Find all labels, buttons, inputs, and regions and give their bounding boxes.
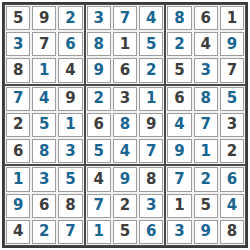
cell-r7-c2[interactable]: 3 <box>32 167 56 191</box>
cell-r1-c9[interactable]: 1 <box>220 6 244 30</box>
cell-r1-c2[interactable]: 9 <box>32 6 56 30</box>
cell-r4-c8[interactable]: 8 <box>194 87 218 111</box>
cell-r9-c6[interactable]: 6 <box>139 220 163 244</box>
cell-r5-c2[interactable]: 5 <box>32 113 56 137</box>
cell-r5-c7[interactable]: 4 <box>167 113 191 137</box>
cell-r8-c6[interactable]: 3 <box>139 194 163 218</box>
cell-r8-c8[interactable]: 5 <box>194 194 218 218</box>
cell-r7-c9[interactable]: 6 <box>220 167 244 191</box>
cell-r8-c2[interactable]: 6 <box>32 194 56 218</box>
cell-r3-c5[interactable]: 6 <box>113 58 137 82</box>
cell-r2-c8[interactable]: 4 <box>194 32 218 56</box>
cell-r3-c9[interactable]: 7 <box>220 58 244 82</box>
cell-r1-c4[interactable]: 3 <box>87 6 111 30</box>
cell-r8-c5[interactable]: 2 <box>113 194 137 218</box>
cell-r8-c3[interactable]: 8 <box>58 194 82 218</box>
cell-r9-c8[interactable]: 9 <box>194 220 218 244</box>
cell-r6-c1[interactable]: 6 <box>6 139 30 163</box>
cell-r5-c4[interactable]: 6 <box>87 113 111 137</box>
cell-r7-c5[interactable]: 9 <box>113 167 137 191</box>
cell-r5-c6[interactable]: 9 <box>139 113 163 137</box>
cell-r4-c5[interactable]: 3 <box>113 87 137 111</box>
cell-r2-c1[interactable]: 3 <box>6 32 30 56</box>
cell-r6-c8[interactable]: 1 <box>194 139 218 163</box>
cell-r2-c2[interactable]: 7 <box>32 32 56 56</box>
cell-r9-c7[interactable]: 3 <box>167 220 191 244</box>
sudoku-block-7: 498723156 <box>85 165 166 246</box>
cell-r8-c4[interactable]: 7 <box>87 194 111 218</box>
sudoku-block-5: 685473912 <box>165 85 246 166</box>
cell-r4-c7[interactable]: 6 <box>167 87 191 111</box>
cell-r1-c8[interactable]: 6 <box>194 6 218 30</box>
cell-r4-c6[interactable]: 1 <box>139 87 163 111</box>
cell-r6-c3[interactable]: 3 <box>58 139 82 163</box>
cell-r4-c4[interactable]: 2 <box>87 87 111 111</box>
cell-r4-c1[interactable]: 7 <box>6 87 30 111</box>
sudoku-board: 5923768143748159628612495377492516832316… <box>2 2 248 248</box>
cell-r1-c3[interactable]: 2 <box>58 6 82 30</box>
cell-r6-c4[interactable]: 5 <box>87 139 111 163</box>
cell-r3-c4[interactable]: 9 <box>87 58 111 82</box>
cell-r2-c4[interactable]: 8 <box>87 32 111 56</box>
cell-r1-c1[interactable]: 5 <box>6 6 30 30</box>
cell-r5-c3[interactable]: 1 <box>58 113 82 137</box>
cell-r9-c1[interactable]: 4 <box>6 220 30 244</box>
cell-r3-c2[interactable]: 1 <box>32 58 56 82</box>
cell-r8-c7[interactable]: 1 <box>167 194 191 218</box>
cell-r9-c2[interactable]: 2 <box>32 220 56 244</box>
sudoku-block-3: 749251683 <box>4 85 85 166</box>
sudoku-block-6: 135968427 <box>4 165 85 246</box>
cell-r3-c6[interactable]: 2 <box>139 58 163 82</box>
sudoku-block-8: 726154398 <box>165 165 246 246</box>
sudoku-block-4: 231689547 <box>85 85 166 166</box>
cell-r3-c3[interactable]: 4 <box>58 58 82 82</box>
cell-r7-c6[interactable]: 8 <box>139 167 163 191</box>
cell-r7-c7[interactable]: 7 <box>167 167 191 191</box>
cell-r7-c3[interactable]: 5 <box>58 167 82 191</box>
cell-r9-c5[interactable]: 5 <box>113 220 137 244</box>
cell-r3-c8[interactable]: 3 <box>194 58 218 82</box>
cell-r7-c8[interactable]: 2 <box>194 167 218 191</box>
cell-r9-c3[interactable]: 7 <box>58 220 82 244</box>
cell-r6-c5[interactable]: 4 <box>113 139 137 163</box>
cell-r7-c4[interactable]: 4 <box>87 167 111 191</box>
cell-r4-c3[interactable]: 9 <box>58 87 82 111</box>
cell-r5-c9[interactable]: 3 <box>220 113 244 137</box>
cell-r7-c1[interactable]: 1 <box>6 167 30 191</box>
cell-r4-c2[interactable]: 4 <box>32 87 56 111</box>
cell-r2-c5[interactable]: 1 <box>113 32 137 56</box>
cell-r2-c7[interactable]: 2 <box>167 32 191 56</box>
sudoku-block-2: 861249537 <box>165 4 246 85</box>
cell-r1-c5[interactable]: 7 <box>113 6 137 30</box>
cell-r8-c9[interactable]: 4 <box>220 194 244 218</box>
cell-r3-c1[interactable]: 8 <box>6 58 30 82</box>
cell-r9-c9[interactable]: 8 <box>220 220 244 244</box>
cell-r2-c3[interactable]: 6 <box>58 32 82 56</box>
cell-r6-c9[interactable]: 2 <box>220 139 244 163</box>
cell-r6-c6[interactable]: 7 <box>139 139 163 163</box>
cell-r2-c9[interactable]: 9 <box>220 32 244 56</box>
sudoku-block-1: 374815962 <box>85 4 166 85</box>
sudoku-block-0: 592376814 <box>4 4 85 85</box>
cell-r5-c5[interactable]: 8 <box>113 113 137 137</box>
cell-r3-c7[interactable]: 5 <box>167 58 191 82</box>
cell-r5-c8[interactable]: 7 <box>194 113 218 137</box>
cell-r4-c9[interactable]: 5 <box>220 87 244 111</box>
cell-r5-c1[interactable]: 2 <box>6 113 30 137</box>
cell-r6-c7[interactable]: 9 <box>167 139 191 163</box>
cell-r1-c7[interactable]: 8 <box>167 6 191 30</box>
cell-r1-c6[interactable]: 4 <box>139 6 163 30</box>
cell-r6-c2[interactable]: 8 <box>32 139 56 163</box>
cell-r9-c4[interactable]: 1 <box>87 220 111 244</box>
cell-r8-c1[interactable]: 9 <box>6 194 30 218</box>
cell-r2-c6[interactable]: 5 <box>139 32 163 56</box>
